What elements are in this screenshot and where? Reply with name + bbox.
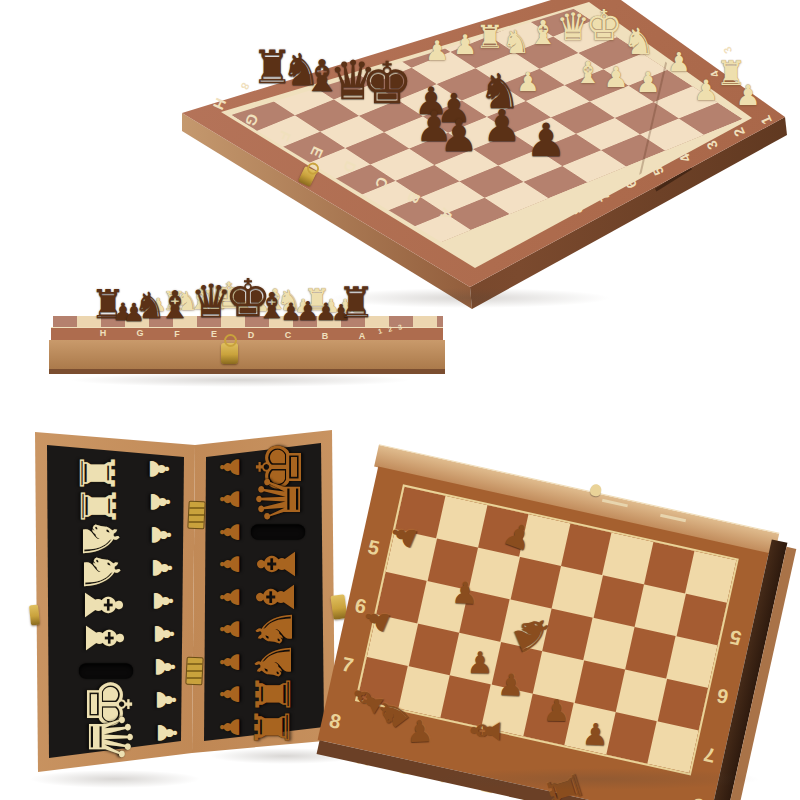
- chess-piece-pawn: ♟: [667, 49, 690, 75]
- chess-piece-knight: ♞: [504, 606, 562, 662]
- brass-latch-half-icon: [29, 605, 40, 626]
- chess-piece-rook: ♜: [248, 705, 296, 748]
- chess-piece-rook: ♜: [476, 21, 505, 53]
- chess-piece-knight: ♞: [175, 288, 198, 314]
- chess-piece-pawn: ♟: [112, 300, 134, 324]
- chess-piece-queen: ♛: [190, 278, 231, 324]
- chess-piece-knight: ♞: [249, 640, 299, 685]
- chess-piece-king: ♚: [249, 439, 311, 495]
- photo-low-angle-board: HGFEDCBA 123 ♟♟♜♞♝♛♚♟♟♝♞♟♜♟♟♟♜♟♟♞♝♛♚♝♟♟♟…: [25, 232, 445, 382]
- chess-piece-queen: ♛: [556, 8, 590, 46]
- chess-piece-pawn: ♟: [217, 552, 243, 575]
- chess-piece-knight: ♞: [250, 607, 300, 652]
- chess-piece-pawn: ♟: [451, 578, 479, 609]
- chess-piece-bishop: ♝: [188, 286, 213, 314]
- chess-piece-bishop: ♝: [528, 16, 558, 49]
- chess-piece-bishop: ♝: [256, 288, 288, 324]
- chess-piece-knight: ♞: [276, 287, 301, 315]
- chess-piece-pawn: ♟: [516, 69, 539, 95]
- chess-piece-knight: ♞: [478, 67, 521, 115]
- chess-piece-pawn: ♟: [466, 648, 493, 678]
- chess-piece-pawn: ♟: [581, 719, 609, 750]
- chess-piece-rook: ♜: [90, 284, 126, 324]
- shadow: [430, 768, 760, 790]
- chess-piece-queen: ♛: [249, 472, 309, 526]
- chess-piece-rook: ♜: [162, 288, 185, 314]
- chess-piece-rook: ♜: [249, 672, 297, 715]
- empty-piece-slot: [251, 525, 305, 540]
- chess-piece-rook: ♜: [251, 44, 292, 90]
- chess-piece-bishop: ♝: [465, 712, 507, 750]
- chess-piece-pawn: ♟: [425, 37, 449, 64]
- chess-piece-king: ♚: [213, 278, 245, 314]
- chess-piece-pawn: ♟: [137, 296, 153, 314]
- chess-piece-pawn: ♟: [217, 650, 243, 673]
- chess-piece-pawn: ♟: [295, 297, 311, 315]
- chess-piece-knight: ♞: [281, 48, 320, 92]
- chess-piece-knight: ♞: [502, 26, 531, 58]
- chess-piece-pawn: ♟: [217, 617, 243, 640]
- chess-piece-pawn: ♟: [323, 297, 339, 315]
- chess-piece-pawn: ♟: [482, 104, 521, 148]
- shadow: [30, 770, 200, 788]
- photo-folded-board: 5678 5678 HGFEDCBA ♟♟♝♞♟♟♟♞♟♟♟♟♝♜: [373, 425, 800, 800]
- chess-piece-pawn: ♟: [315, 300, 337, 324]
- chess-piece-pawn: ♟: [235, 296, 251, 314]
- chess-piece-pawn: ♟: [337, 297, 353, 315]
- chess-piece-rook: ♜: [716, 56, 746, 90]
- folded-board-rotated: 5678 5678 HGFEDCBA ♟♟♝♞♟♟♟♞♟♟♟♟♝♜: [309, 445, 800, 800]
- chess-piece-pawn: ♟: [635, 69, 660, 97]
- shadow: [70, 373, 410, 387]
- chess-piece-pawn: ♟: [453, 31, 477, 58]
- chess-piece-pawn: ♟: [693, 77, 718, 105]
- chess-piece-king: ♚: [585, 5, 623, 47]
- chess-piece-bishop: ♝: [262, 286, 287, 314]
- chess-piece-knight: ♞: [623, 24, 655, 60]
- magnetic-pieces-layer: ♟♟♝♞♟♟♟♞♟♟♟♟♝♜: [309, 445, 800, 800]
- chess-piece-bishop: ♝: [251, 541, 303, 588]
- chess-piece-pawn: ♟: [358, 602, 396, 638]
- chess-piece-knight: ♞: [134, 288, 166, 324]
- chess-piece-pawn: ♟: [217, 715, 243, 738]
- chess-piece-pawn: ♟: [296, 298, 319, 324]
- chess-pieces-layer: ♟♟♜♞♝♛♚♟♟♝♞♟♜♟♟♟♜♟♟♞♝♛♚♝♟♟♟♟♜: [25, 232, 445, 382]
- chess-piece-pawn: ♟: [217, 487, 243, 510]
- chess-piece-bishop: ♝: [158, 286, 192, 324]
- brass-hinge-icon: [187, 501, 205, 530]
- chess-piece-pawn: ♟: [253, 296, 269, 314]
- chess-piece-bishop: ♝: [250, 574, 302, 621]
- chess-piece-queen: ♛: [203, 282, 232, 314]
- chess-piece-king: ♚: [225, 272, 272, 324]
- chess-piece-pawn: ♟: [331, 302, 351, 324]
- chess-piece-pawn: ♟: [217, 682, 243, 705]
- chess-piece-pawn: ♟: [497, 670, 525, 701]
- chess-piece-pawn: ♟: [150, 296, 166, 314]
- chess-piece-bishop: ♝: [302, 54, 341, 98]
- chess-piece-pawn: ♟: [280, 300, 302, 324]
- chess-piece-bishop: ♝: [575, 58, 602, 88]
- chess-piece-pawn: ♟: [414, 82, 448, 120]
- chess-piece-pawn: ♟: [217, 520, 243, 543]
- chess-piece-pawn: ♟: [217, 455, 243, 478]
- chess-piece-pawn: ♟: [735, 82, 760, 110]
- chess-piece-pawn: ♟: [217, 585, 243, 608]
- chess-piece-rook: ♜: [337, 282, 375, 324]
- chess-piece-pawn: ♟: [436, 88, 472, 128]
- brass-hinge-icon: [185, 657, 203, 686]
- chess-piece-pawn: ♟: [385, 517, 423, 553]
- chess-piece-rook: ♜: [304, 285, 331, 315]
- chess-piece-king: ♚: [361, 54, 413, 112]
- chess-piece-pawn: ♟: [525, 117, 566, 163]
- chess-piece-bishop: ♝: [342, 675, 392, 724]
- chess-piece-queen: ♛: [329, 54, 377, 108]
- chess-piece-pawn: ♟: [406, 716, 434, 747]
- chess-piece-pawn: ♟: [123, 300, 145, 325]
- chess-set-product-collage: HGFEDCBA 87654321834 ♜♞♝♛♚♟♟♟♟♞♟♟♟♟♜♞♝♛♚…: [0, 0, 800, 800]
- chess-piece-pawn: ♟: [543, 696, 570, 726]
- chess-piece-pawn: ♟: [439, 114, 478, 158]
- chess-piece-knight: ♞: [369, 689, 417, 737]
- chess-piece-pawn: ♟: [351, 297, 367, 315]
- chess-piece-pawn: ♟: [603, 64, 628, 92]
- chess-piece-pawn: ♟: [415, 106, 453, 148]
- chess-piece-pawn: ♟: [499, 516, 537, 556]
